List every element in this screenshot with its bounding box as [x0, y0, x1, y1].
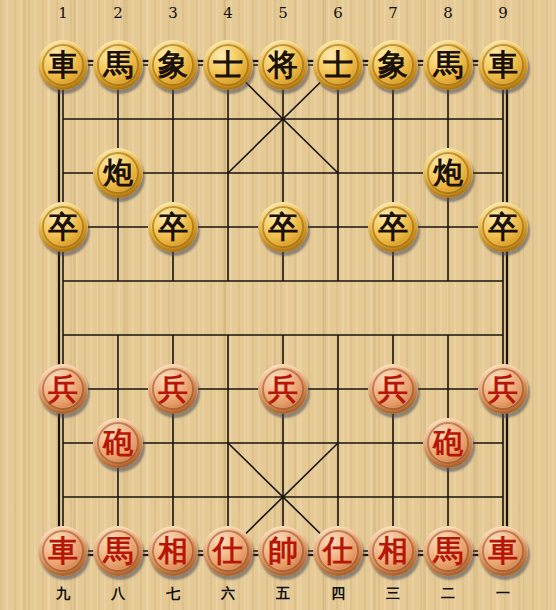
piece-red-horse[interactable]: 馬 — [93, 526, 143, 576]
piece-black-cannon[interactable]: 炮 — [423, 148, 473, 198]
piece-red-cannon[interactable]: 砲 — [93, 418, 143, 468]
file-label-bottom-4: 六 — [213, 585, 243, 603]
piece-black-advisor[interactable]: 士 — [203, 40, 253, 90]
piece-red-soldier[interactable]: 兵 — [148, 364, 198, 414]
piece-red-soldier[interactable]: 兵 — [368, 364, 418, 414]
piece-red-advisor[interactable]: 仕 — [313, 526, 363, 576]
piece-red-soldier[interactable]: 兵 — [478, 364, 528, 414]
file-label-top-7: 7 — [378, 4, 408, 22]
piece-red-advisor[interactable]: 仕 — [203, 526, 253, 576]
piece-red-horse[interactable]: 馬 — [423, 526, 473, 576]
piece-red-elephant[interactable]: 相 — [148, 526, 198, 576]
piece-black-soldier[interactable]: 卒 — [148, 202, 198, 252]
board-grid — [0, 0, 556, 610]
piece-black-soldier[interactable]: 卒 — [38, 202, 88, 252]
file-label-top-2: 2 — [103, 4, 133, 22]
piece-black-general[interactable]: 将 — [258, 40, 308, 90]
piece-red-soldier[interactable]: 兵 — [258, 364, 308, 414]
piece-black-soldier[interactable]: 卒 — [368, 202, 418, 252]
file-label-top-4: 4 — [213, 4, 243, 22]
piece-red-soldier[interactable]: 兵 — [38, 364, 88, 414]
file-label-bottom-7: 三 — [378, 585, 408, 603]
file-label-top-8: 8 — [433, 4, 463, 22]
file-label-top-9: 9 — [488, 4, 518, 22]
piece-red-elephant[interactable]: 相 — [368, 526, 418, 576]
file-label-top-5: 5 — [268, 4, 298, 22]
file-label-bottom-8: 二 — [433, 585, 463, 603]
piece-black-chariot[interactable]: 車 — [38, 40, 88, 90]
piece-black-horse[interactable]: 馬 — [93, 40, 143, 90]
piece-black-elephant[interactable]: 象 — [368, 40, 418, 90]
piece-black-horse[interactable]: 馬 — [423, 40, 473, 90]
piece-red-cannon[interactable]: 砲 — [423, 418, 473, 468]
piece-black-soldier[interactable]: 卒 — [478, 202, 528, 252]
xiangqi-board[interactable]: 123456789九八七六五四三二一車馬象士将士象馬車炮炮卒卒卒卒卒兵兵兵兵兵砲… — [0, 0, 556, 610]
piece-black-chariot[interactable]: 車 — [478, 40, 528, 90]
file-label-bottom-6: 四 — [323, 585, 353, 603]
file-label-top-6: 6 — [323, 4, 353, 22]
file-label-bottom-1: 九 — [48, 585, 78, 603]
piece-black-elephant[interactable]: 象 — [148, 40, 198, 90]
file-label-bottom-2: 八 — [103, 585, 133, 603]
piece-black-cannon[interactable]: 炮 — [93, 148, 143, 198]
piece-black-soldier[interactable]: 卒 — [258, 202, 308, 252]
file-label-bottom-3: 七 — [158, 585, 188, 603]
piece-red-general[interactable]: 帥 — [258, 526, 308, 576]
piece-red-chariot[interactable]: 車 — [478, 526, 528, 576]
piece-red-chariot[interactable]: 車 — [38, 526, 88, 576]
file-label-top-3: 3 — [158, 4, 188, 22]
file-label-bottom-9: 一 — [488, 585, 518, 603]
file-label-top-1: 1 — [48, 4, 78, 22]
piece-black-advisor[interactable]: 士 — [313, 40, 363, 90]
file-label-bottom-5: 五 — [268, 585, 298, 603]
